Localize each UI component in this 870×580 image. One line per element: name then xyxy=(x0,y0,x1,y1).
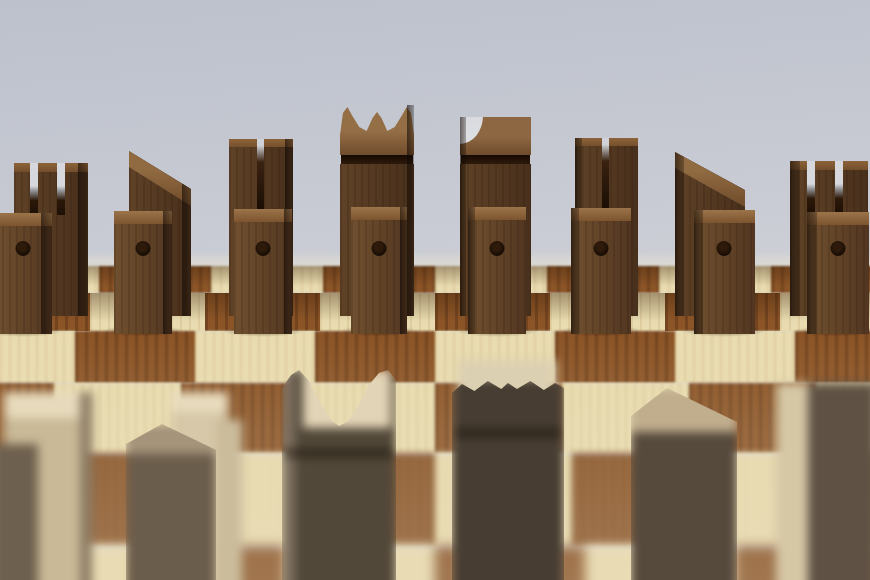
black-pawn-g7[interactable] xyxy=(694,210,755,334)
square-a6[interactable] xyxy=(0,331,75,383)
piece-side-face xyxy=(284,209,292,334)
white-knight-b1-blurred[interactable] xyxy=(0,444,38,580)
pawn-drilled-hole xyxy=(831,241,846,256)
white-queen-e1-blurred[interactable] xyxy=(452,379,564,580)
pawn-top-face xyxy=(351,207,407,220)
pawn-drilled-hole xyxy=(490,241,505,256)
rank-row-6 xyxy=(0,331,870,383)
pawn-drilled-hole xyxy=(372,241,387,256)
piece-side-face xyxy=(460,117,467,316)
king-top-face xyxy=(460,117,531,155)
rook-slot xyxy=(30,163,38,215)
pawn-drilled-hole xyxy=(717,241,732,256)
white-knight-g1-blurred[interactable] xyxy=(776,383,870,580)
rook-slot xyxy=(57,163,65,215)
lit-side-face xyxy=(282,370,295,580)
pawn-front-face xyxy=(468,220,526,334)
bishop-slot xyxy=(257,139,264,211)
black-pawn-a7[interactable] xyxy=(0,213,52,334)
piece-groove xyxy=(454,428,562,438)
piece-side-face xyxy=(163,211,172,334)
pawn-front-face xyxy=(351,220,407,334)
pawn-top-face xyxy=(468,207,526,220)
piece-side-face xyxy=(694,210,703,334)
black-pawn-c7[interactable] xyxy=(234,209,292,334)
queen-groove xyxy=(341,155,413,164)
piece-side-face xyxy=(675,152,684,316)
black-pawn-e7[interactable] xyxy=(468,207,526,334)
pawn-drilled-hole xyxy=(136,241,151,256)
pawn-front-face xyxy=(571,221,631,334)
rook-slot xyxy=(835,161,843,213)
piece-side-face xyxy=(807,212,817,334)
piece-side-face xyxy=(571,208,579,334)
square-g6[interactable] xyxy=(675,331,795,383)
piece-side-face xyxy=(78,163,88,316)
pawn-drilled-hole xyxy=(594,241,609,256)
lit-top-face xyxy=(4,392,92,418)
square-b6[interactable] xyxy=(75,331,195,383)
pawn-drilled-hole xyxy=(16,241,31,256)
piece-side-face xyxy=(41,213,52,334)
pawn-top-face xyxy=(571,208,631,221)
rook-slot xyxy=(807,161,815,213)
rook-top-face xyxy=(790,161,868,170)
queen-crown-top xyxy=(340,105,414,155)
piece-side-face xyxy=(407,105,414,316)
piece-groove xyxy=(284,448,394,458)
bishop-slot xyxy=(602,138,609,210)
white-pawn-c1-edge-blurred[interactable] xyxy=(216,420,242,580)
white-bishop-c1-blurred[interactable] xyxy=(126,424,216,580)
black-pawn-b7[interactable] xyxy=(114,211,172,334)
piece-side-face xyxy=(400,207,407,334)
king-groove xyxy=(461,155,530,164)
shaded-side-face xyxy=(80,392,92,580)
white-bishop-f1-blurred[interactable] xyxy=(631,388,737,580)
black-pawn-f7[interactable] xyxy=(571,208,631,334)
lit-side-face xyxy=(776,383,808,580)
square-f6[interactable] xyxy=(555,331,675,383)
lit-top-face xyxy=(172,392,228,412)
pawn-drilled-hole xyxy=(256,241,271,256)
piece-side-face xyxy=(790,161,800,316)
chess-photo-scene xyxy=(0,0,870,580)
black-pawn-d7[interactable] xyxy=(351,207,407,334)
piece-side-face xyxy=(468,207,475,334)
black-pawn-h7[interactable] xyxy=(807,212,869,334)
square-d6[interactable] xyxy=(315,331,435,383)
square-h6[interactable] xyxy=(795,331,870,383)
